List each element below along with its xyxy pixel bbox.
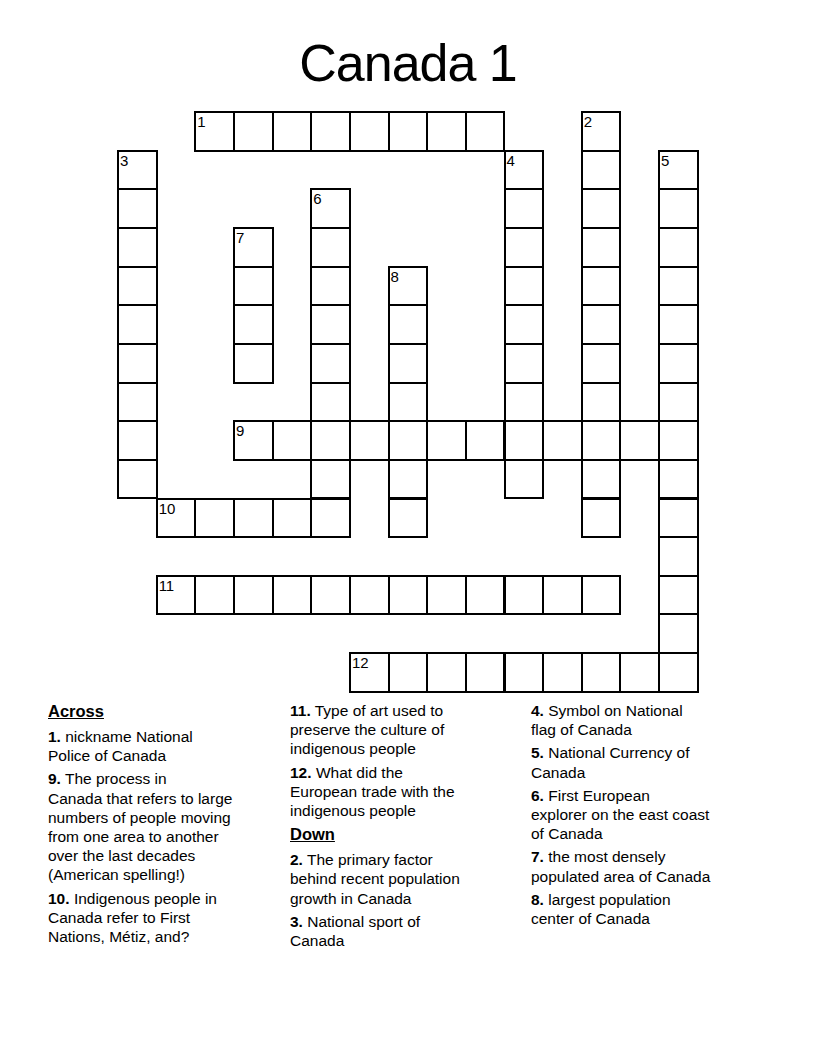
clue-1: 1. nickname National Police of Canada	[48, 727, 290, 765]
grid-cell[interactable]	[388, 498, 429, 539]
grid-cell[interactable]	[388, 575, 429, 616]
clue-5: 5. National Currency of Canada	[531, 743, 778, 781]
grid-cell[interactable]	[349, 575, 390, 616]
grid-cell[interactable]	[504, 343, 545, 384]
grid-cell[interactable]	[658, 575, 699, 616]
grid-cell[interactable]	[388, 652, 429, 693]
clue-number-label: 1.	[48, 728, 61, 745]
clue-3: 3. National sport of Canada	[290, 912, 531, 950]
clue-number-label: 5.	[531, 744, 544, 761]
grid-cell[interactable]	[581, 227, 622, 268]
grid-cell[interactable]	[310, 382, 351, 423]
grid-cell[interactable]	[426, 575, 467, 616]
clue-number: 11	[159, 578, 175, 593]
grid-cell[interactable]	[310, 420, 351, 461]
grid-cell[interactable]	[310, 266, 351, 307]
grid-cell[interactable]	[117, 188, 158, 229]
clue-number: 10	[159, 501, 176, 516]
clue-number: 6	[313, 191, 321, 206]
grid-cell[interactable]	[388, 111, 429, 152]
grid-cell[interactable]	[658, 304, 699, 345]
crossword-grid: 123456789101112	[117, 111, 699, 693]
grid-cell[interactable]	[388, 343, 429, 384]
grid-cell[interactable]	[504, 420, 545, 461]
grid-cell[interactable]	[233, 111, 274, 152]
grid-cell[interactable]	[310, 111, 351, 152]
grid-cell[interactable]	[310, 343, 351, 384]
grid-cell[interactable]	[117, 459, 158, 500]
grid-cell[interactable]	[388, 420, 429, 461]
clue-number: 4	[507, 153, 515, 168]
grid-cell[interactable]	[504, 652, 545, 693]
grid-cell[interactable]	[194, 575, 235, 616]
grid-cell[interactable]	[581, 498, 622, 539]
clue-6: 6. First European explorer on the east c…	[531, 786, 778, 844]
clue-12: 12. What did the European trade with the…	[290, 763, 531, 821]
grid-cell[interactable]	[272, 575, 313, 616]
grid-cell[interactable]	[233, 343, 274, 384]
puzzle-title: Canada 1	[0, 33, 816, 93]
grid-cell[interactable]	[426, 420, 467, 461]
grid-cell[interactable]	[117, 382, 158, 423]
clue-text: First European explorer on the east coas…	[531, 787, 709, 842]
clue-number-label: 2.	[290, 851, 303, 868]
clue-number-label: 11.	[290, 702, 311, 719]
clue-number-label: 6.	[531, 787, 544, 804]
grid-cell[interactable]	[658, 536, 699, 577]
grid-cell[interactable]	[349, 420, 390, 461]
clue-text: What did the European trade with the ind…	[290, 764, 455, 819]
grid-cell[interactable]	[233, 266, 274, 307]
clue-11: 11. Type of art used to preserve the cul…	[290, 701, 531, 759]
grid-cell[interactable]	[619, 652, 660, 693]
grid-cell[interactable]	[388, 459, 429, 500]
grid-cell[interactable]	[504, 188, 545, 229]
clue-text: Indigenous people in Canada refer to Fir…	[48, 890, 217, 945]
clue-10: 10. Indigenous people in Canada refer to…	[48, 889, 290, 947]
grid-cell[interactable]	[658, 459, 699, 500]
clue-text: nickname National Police of Canada	[48, 728, 193, 764]
grid-cell[interactable]	[272, 498, 313, 539]
grid-cell[interactable]	[504, 304, 545, 345]
grid-cell[interactable]	[658, 227, 699, 268]
grid-cell[interactable]	[117, 420, 158, 461]
grid-cell[interactable]	[581, 266, 622, 307]
grid-cell[interactable]	[426, 111, 467, 152]
grid-cell[interactable]	[504, 382, 545, 423]
clue-column: Across1. nickname National Police of Can…	[48, 701, 290, 954]
grid-cell[interactable]	[504, 266, 545, 307]
down-heading: Down	[290, 824, 531, 844]
grid-cell[interactable]	[581, 343, 622, 384]
grid-cell[interactable]	[388, 304, 429, 345]
grid-cell[interactable]	[581, 652, 622, 693]
grid-cell[interactable]	[504, 227, 545, 268]
clue-7: 7. the most densely populated area of Ca…	[531, 847, 778, 885]
clue-number: 3	[120, 153, 128, 168]
clue-number-label: 10.	[48, 890, 70, 907]
clue-column: 4. Symbol on National flag of Canada5. N…	[531, 701, 778, 954]
grid-cell[interactable]	[658, 498, 699, 539]
clue-number-label: 8.	[531, 891, 544, 908]
clue-text: National Currency of Canada	[531, 744, 690, 780]
clue-text: The process in Canada that refers to lar…	[48, 770, 232, 883]
grid-cell[interactable]	[542, 575, 583, 616]
grid-cell[interactable]	[658, 652, 699, 693]
grid-cell[interactable]	[426, 652, 467, 693]
grid-cell[interactable]	[233, 575, 274, 616]
clue-number: 12	[352, 655, 369, 670]
clue-number: 1	[197, 114, 205, 129]
clue-number: 5	[661, 153, 669, 168]
clue-text: Symbol on National flag of Canada	[531, 702, 683, 738]
clue-number: 2	[584, 114, 592, 129]
grid-cell[interactable]	[117, 266, 158, 307]
clue-number: 7	[236, 230, 244, 245]
clue-text: The primary factor behind recent populat…	[290, 851, 460, 906]
clue-number: 8	[391, 269, 399, 284]
grid-cell[interactable]	[658, 382, 699, 423]
clue-9: 9. The process in Canada that refers to …	[48, 769, 290, 884]
grid-cell[interactable]	[581, 150, 622, 191]
grid-cell[interactable]	[658, 188, 699, 229]
grid-cell[interactable]	[504, 459, 545, 500]
clue-number: 9	[236, 423, 244, 438]
grid-cell[interactable]	[658, 420, 699, 461]
grid-cell[interactable]	[117, 227, 158, 268]
grid-cell[interactable]	[658, 343, 699, 384]
grid-cell[interactable]	[465, 575, 506, 616]
grid-cell[interactable]	[310, 498, 351, 539]
clues-section: Across1. nickname National Police of Can…	[48, 701, 778, 954]
grid-cell[interactable]	[581, 382, 622, 423]
clue-4: 4. Symbol on National flag of Canada	[531, 701, 778, 739]
clue-number-label: 3.	[290, 913, 303, 930]
grid-cell[interactable]	[310, 304, 351, 345]
grid-cell[interactable]	[310, 575, 351, 616]
grid-cell[interactable]	[465, 420, 506, 461]
grid-cell[interactable]	[465, 652, 506, 693]
clue-8: 8. largest population center of Canada	[531, 890, 778, 928]
grid-cell[interactable]	[581, 459, 622, 500]
grid-cell[interactable]	[581, 575, 622, 616]
clue-text: the most densely populated area of Canad…	[531, 848, 710, 884]
grid-cell[interactable]	[542, 652, 583, 693]
grid-cell[interactable]	[117, 343, 158, 384]
grid-cell[interactable]	[194, 498, 235, 539]
grid-cell[interactable]	[349, 111, 390, 152]
clue-number-label: 9.	[48, 770, 61, 787]
grid-cell[interactable]	[388, 382, 429, 423]
clue-column: 11. Type of art used to preserve the cul…	[290, 701, 531, 954]
clue-text: Type of art used to preserve the culture…	[290, 702, 444, 757]
grid-cell[interactable]	[272, 420, 313, 461]
grid-cell[interactable]	[542, 420, 583, 461]
grid-cell[interactable]	[310, 227, 351, 268]
clue-text: largest population center of Canada	[531, 891, 671, 927]
grid-cell[interactable]	[581, 188, 622, 229]
across-heading: Across	[48, 701, 290, 721]
clue-number-label: 4.	[531, 702, 544, 719]
grid-cell[interactable]	[504, 575, 545, 616]
grid-cell[interactable]	[310, 459, 351, 500]
grid-cell[interactable]	[233, 498, 274, 539]
grid-cell[interactable]	[233, 304, 274, 345]
grid-cell[interactable]	[658, 613, 699, 654]
worksheet-page: Canada 1 123456789101112 Across1. nickna…	[0, 0, 816, 1056]
clue-2: 2. The primary factor behind recent popu…	[290, 850, 531, 908]
grid-cell[interactable]	[658, 266, 699, 307]
grid-cell[interactable]	[117, 304, 158, 345]
clue-number-label: 7.	[531, 848, 544, 865]
grid-cell[interactable]	[581, 420, 622, 461]
clue-number-label: 12.	[290, 764, 312, 781]
grid-cell[interactable]	[465, 111, 506, 152]
grid-cell[interactable]	[272, 111, 313, 152]
clue-text: National sport of Canada	[290, 913, 420, 949]
grid-cell[interactable]	[581, 304, 622, 345]
grid-cell[interactable]	[619, 420, 660, 461]
